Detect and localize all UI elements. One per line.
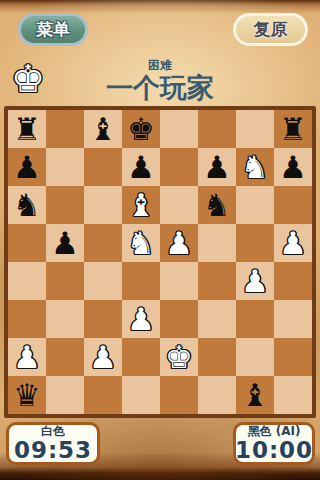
square-e6[interactable] [160,186,198,224]
chess-board[interactable]: ♜♝♚♜♟♟♟♞♟♞♝♞♟♞♟♟♟♟♟♟♚♛♝ [4,106,316,418]
piece-white-knight[interactable]: ♞ [127,224,155,262]
square-h6[interactable] [274,186,312,224]
square-b5[interactable]: ♟ [46,224,84,262]
square-h7[interactable]: ♟ [274,148,312,186]
square-g2[interactable] [236,338,274,376]
square-b3[interactable] [46,300,84,338]
piece-black-pawn[interactable]: ♟ [51,224,79,262]
square-h5[interactable]: ♟ [274,224,312,262]
square-c8[interactable]: ♝ [84,110,122,148]
app-screen: 菜单 复原 ♚ 困难 一个玩家 ♜♝♚♜♟♟♟♞♟♞♝♞♟♞♟♟♟♟♟♟♚♛♝ … [0,0,320,480]
square-a6[interactable]: ♞ [8,186,46,224]
square-g8[interactable] [236,110,274,148]
square-a2[interactable]: ♟ [8,338,46,376]
square-f5[interactable] [198,224,236,262]
piece-white-pawn[interactable]: ♟ [165,224,193,262]
piece-white-pawn[interactable]: ♟ [13,338,41,376]
square-e8[interactable] [160,110,198,148]
piece-white-pawn[interactable]: ♟ [127,300,155,338]
piece-black-bishop[interactable]: ♝ [89,110,117,148]
square-g6[interactable] [236,186,274,224]
square-h1[interactable] [274,376,312,414]
square-d5[interactable]: ♞ [122,224,160,262]
piece-white-bishop[interactable]: ♝ [127,186,155,224]
square-g7[interactable]: ♞ [236,148,274,186]
square-d1[interactable] [122,376,160,414]
square-e5[interactable]: ♟ [160,224,198,262]
square-h3[interactable] [274,300,312,338]
undo-button[interactable]: 复原 [233,13,308,46]
piece-white-pawn[interactable]: ♟ [89,338,117,376]
square-c7[interactable] [84,148,122,186]
square-a8[interactable]: ♜ [8,110,46,148]
square-a5[interactable] [8,224,46,262]
square-e7[interactable] [160,148,198,186]
square-c1[interactable] [84,376,122,414]
piece-black-knight[interactable]: ♞ [13,186,41,224]
square-b4[interactable] [46,262,84,300]
square-c4[interactable] [84,262,122,300]
square-c5[interactable] [84,224,122,262]
piece-black-bishop[interactable]: ♝ [241,376,269,414]
piece-white-pawn[interactable]: ♟ [279,224,307,262]
black-clock: 黑色 (AI) 10:00 [233,422,315,465]
piece-black-pawn[interactable]: ♟ [127,148,155,186]
square-d7[interactable]: ♟ [122,148,160,186]
square-f3[interactable] [198,300,236,338]
page-title: 一个玩家 [0,70,320,106]
square-b8[interactable] [46,110,84,148]
square-a7[interactable]: ♟ [8,148,46,186]
piece-black-rook[interactable]: ♜ [279,110,307,148]
square-b6[interactable] [46,186,84,224]
square-c3[interactable] [84,300,122,338]
square-c6[interactable] [84,186,122,224]
square-f4[interactable] [198,262,236,300]
piece-white-pawn[interactable]: ♟ [241,262,269,300]
black-clock-time: 10:00 [235,438,313,462]
square-d4[interactable] [122,262,160,300]
piece-black-queen[interactable]: ♛ [13,376,41,414]
square-b2[interactable] [46,338,84,376]
square-f6[interactable]: ♞ [198,186,236,224]
menu-button[interactable]: 菜单 [18,13,88,46]
square-b1[interactable] [46,376,84,414]
square-f8[interactable] [198,110,236,148]
square-a1[interactable]: ♛ [8,376,46,414]
piece-black-king[interactable]: ♚ [127,110,155,148]
square-e2[interactable]: ♚ [160,338,198,376]
square-g5[interactable] [236,224,274,262]
square-f2[interactable] [198,338,236,376]
square-g3[interactable] [236,300,274,338]
square-h2[interactable] [274,338,312,376]
square-d3[interactable]: ♟ [122,300,160,338]
square-a3[interactable] [8,300,46,338]
square-f7[interactable]: ♟ [198,148,236,186]
square-g1[interactable]: ♝ [236,376,274,414]
square-e4[interactable] [160,262,198,300]
white-clock-time: 09:53 [14,438,92,462]
square-c2[interactable]: ♟ [84,338,122,376]
piece-white-king[interactable]: ♚ [165,338,193,376]
square-d8[interactable]: ♚ [122,110,160,148]
piece-black-pawn[interactable]: ♟ [13,148,41,186]
square-d6[interactable]: ♝ [122,186,160,224]
square-f1[interactable] [198,376,236,414]
piece-black-knight[interactable]: ♞ [203,186,231,224]
piece-black-pawn[interactable]: ♟ [279,148,307,186]
square-g4[interactable]: ♟ [236,262,274,300]
square-d2[interactable] [122,338,160,376]
square-h8[interactable]: ♜ [274,110,312,148]
square-b7[interactable] [46,148,84,186]
square-e1[interactable] [160,376,198,414]
square-h4[interactable] [274,262,312,300]
square-a4[interactable] [8,262,46,300]
piece-white-knight[interactable]: ♞ [241,148,269,186]
piece-black-pawn[interactable]: ♟ [203,148,231,186]
square-e3[interactable] [160,300,198,338]
piece-black-rook[interactable]: ♜ [13,110,41,148]
white-clock: 白色 09:53 [6,422,100,465]
